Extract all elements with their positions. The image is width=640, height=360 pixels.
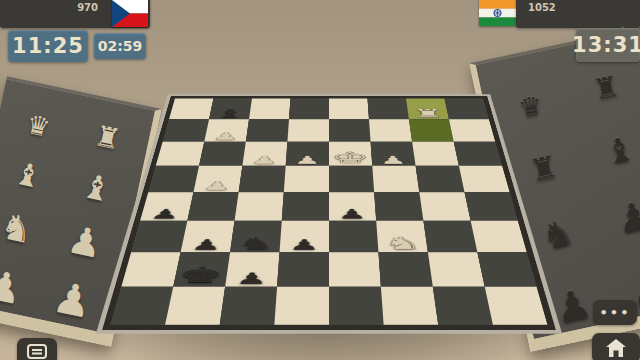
square-a2[interactable] <box>121 252 180 287</box>
square-h4[interactable] <box>465 192 518 221</box>
captured-black-rook: ♜ <box>527 150 560 186</box>
square-h1[interactable] <box>485 287 548 325</box>
square-e3[interactable] <box>329 221 378 252</box>
square-g5[interactable] <box>416 166 465 192</box>
square-a1[interactable] <box>110 287 173 325</box>
square-a5[interactable] <box>148 166 199 192</box>
square-h2[interactable] <box>477 252 536 287</box>
square-b4[interactable] <box>187 192 238 221</box>
move-list-icon <box>26 344 48 360</box>
square-g2[interactable] <box>428 252 485 287</box>
square-g8[interactable] <box>406 99 449 120</box>
square-b3[interactable] <box>181 221 235 252</box>
home-icon <box>605 338 627 358</box>
square-f5[interactable] <box>372 166 419 192</box>
square-f1[interactable] <box>381 287 438 325</box>
square-h5[interactable] <box>459 166 510 192</box>
captured-black-pawn: ♟ <box>613 195 640 239</box>
square-e8[interactable] <box>329 99 369 120</box>
captured-white-pawn: ♟ <box>65 220 106 264</box>
clock-move-left-time: 02:59 <box>98 38 143 54</box>
square-g1[interactable] <box>433 287 493 325</box>
square-h3[interactable] <box>471 221 527 252</box>
square-d3[interactable] <box>280 221 329 252</box>
square-c2[interactable] <box>225 252 279 287</box>
square-h8[interactable] <box>445 99 489 120</box>
square-a6[interactable] <box>156 142 204 166</box>
more-options-button[interactable]: ••• <box>593 300 637 325</box>
square-a7[interactable] <box>163 119 209 141</box>
move-list-button[interactable] <box>17 338 57 360</box>
square-e2[interactable] <box>329 252 381 287</box>
captured-white-queen: ♛ <box>24 110 52 140</box>
player-name-right: Player 387 <box>528 0 640 1</box>
square-d6[interactable] <box>286 142 329 166</box>
square-g6[interactable] <box>412 142 459 166</box>
square-f7[interactable] <box>369 119 412 141</box>
captured-white-bishop: ♝ <box>79 169 115 208</box>
captured-white-pawn: ♟ <box>50 275 96 325</box>
captured-white-pawn: ♟ <box>0 264 26 311</box>
square-c3[interactable] <box>230 221 282 252</box>
captured-white-rook: ♜ <box>92 122 123 155</box>
captured-black-pawn: ♟ <box>551 282 595 329</box>
square-d8[interactable] <box>289 99 329 120</box>
square-b8[interactable] <box>209 99 252 120</box>
square-g4[interactable] <box>419 192 470 221</box>
square-e6[interactable] <box>329 142 372 166</box>
square-a8[interactable] <box>169 99 213 120</box>
captured-white-knight: ♞ <box>0 208 36 249</box>
square-h7[interactable] <box>449 119 495 141</box>
square-f3[interactable] <box>376 221 428 252</box>
square-c1[interactable] <box>220 287 277 325</box>
square-d4[interactable] <box>282 192 329 221</box>
player-rating-left: 970 <box>0 2 98 13</box>
square-f6[interactable] <box>371 142 416 166</box>
captured-black-bishop: ♝ <box>602 131 638 170</box>
captured-black-rook: ♜ <box>591 72 622 105</box>
captured-black-queen: ♛ <box>516 91 544 121</box>
square-g3[interactable] <box>423 221 477 252</box>
square-b2[interactable] <box>173 252 230 287</box>
captured-white-bishop: ♝ <box>11 157 44 193</box>
square-f2[interactable] <box>378 252 432 287</box>
clock-main-left-time: 11:25 <box>12 34 84 58</box>
game-screen: ♛♜♝♝♞♟♟♟ ♛♜♜♝♞♟♟♟ ♝♜♟♟♟♚♟♟♟♟♟♞♟♞♚♟ micha… <box>0 0 640 360</box>
square-g7[interactable] <box>409 119 454 141</box>
square-d2[interactable] <box>277 252 329 287</box>
captured-black-knight: ♞ <box>538 214 577 255</box>
czech-flag-icon <box>112 0 148 27</box>
square-f4[interactable] <box>374 192 423 221</box>
clock-main-right: 13:31 <box>576 28 640 62</box>
square-b6[interactable] <box>199 142 246 166</box>
square-c4[interactable] <box>235 192 284 221</box>
player-rating-right: 1052 <box>528 2 640 13</box>
chess-board[interactable]: ♝♜♟♟♟♚♟♟♟♟♟♞♟♞♚♟ <box>102 96 556 330</box>
square-c7[interactable] <box>246 119 289 141</box>
square-e1[interactable] <box>329 287 384 325</box>
square-e5[interactable] <box>329 166 374 192</box>
square-c5[interactable] <box>239 166 286 192</box>
clock-main-right-time: 13:31 <box>572 33 640 57</box>
clock-main-left: 11:25 <box>8 30 88 62</box>
square-f8[interactable] <box>368 99 409 120</box>
clock-move-left: 02:59 <box>94 33 146 59</box>
square-d7[interactable] <box>287 119 329 141</box>
square-b7[interactable] <box>204 119 249 141</box>
square-a4[interactable] <box>140 192 193 221</box>
square-h6[interactable] <box>454 142 502 166</box>
india-flag-icon <box>479 0 516 26</box>
square-c8[interactable] <box>249 99 290 120</box>
square-e7[interactable] <box>329 119 371 141</box>
home-button[interactable] <box>592 333 640 360</box>
square-b1[interactable] <box>165 287 225 325</box>
square-d5[interactable] <box>284 166 329 192</box>
square-b5[interactable] <box>193 166 242 192</box>
square-d1[interactable] <box>274 287 329 325</box>
square-e4[interactable] <box>329 192 376 221</box>
more-options-label: ••• <box>600 305 631 320</box>
square-c6[interactable] <box>242 142 287 166</box>
square-a3[interactable] <box>131 221 187 252</box>
